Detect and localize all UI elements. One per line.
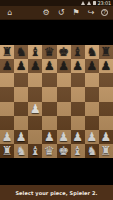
white-bishop-piece: ♝ (72, 144, 83, 158)
square-e2[interactable]: ♟ (57, 130, 71, 144)
square-g8[interactable]: ♞ (85, 45, 99, 59)
square-d1[interactable]: ♛ (42, 144, 56, 158)
square-f6[interactable] (71, 73, 85, 87)
square-d8[interactable]: ♛ (42, 45, 56, 59)
black-knight-piece: ♞ (16, 45, 27, 59)
square-e6[interactable] (57, 73, 71, 87)
square-e3[interactable] (57, 116, 71, 130)
black-king-piece: ♚ (58, 45, 69, 59)
square-a6[interactable] (0, 73, 14, 87)
square-c1[interactable]: ♝ (28, 144, 42, 158)
square-b2[interactable]: ♟ (14, 130, 28, 144)
square-g7[interactable]: ♟ (85, 59, 99, 73)
square-h8[interactable]: ♜ (99, 45, 113, 59)
square-f2[interactable]: ♟ (71, 130, 85, 144)
square-d2[interactable]: ♟ (42, 130, 56, 144)
white-pawn-piece: ♟ (44, 130, 55, 144)
square-b6[interactable] (14, 73, 28, 87)
square-c5[interactable] (28, 87, 42, 101)
square-a5[interactable] (0, 87, 14, 101)
square-e1[interactable]: ♚ (57, 144, 71, 158)
square-g1[interactable]: ♞ (85, 144, 99, 158)
square-b8[interactable]: ♞ (14, 45, 28, 59)
square-b1[interactable]: ♞ (14, 144, 28, 158)
signal-icon (87, 1, 91, 5)
square-h5[interactable] (99, 87, 113, 101)
white-knight-piece: ♞ (86, 144, 97, 158)
white-pawn-piece: ♟ (72, 130, 83, 144)
square-c2[interactable] (28, 130, 42, 144)
square-c7[interactable]: ♟ (28, 59, 42, 73)
white-bishop-piece: ♝ (30, 144, 41, 158)
square-b4[interactable] (14, 102, 28, 116)
message-text: Select your piece, Spieler 2. (15, 190, 97, 196)
chess-board: ♜♞♝♛♚♝♞♜♟♟♟♟♟♟♟♟♟♟♟♟♟♟♟♟♜♞♝♛♚♝♞♜ (0, 45, 113, 158)
square-h7[interactable]: ♟ (99, 59, 113, 73)
square-g2[interactable]: ♟ (85, 130, 99, 144)
toolbar: ⌂ ⚙ ↺ ⚑ ↪ ? (0, 6, 113, 20)
black-knight-piece: ♞ (86, 45, 97, 59)
square-c3[interactable] (28, 116, 42, 130)
square-b3[interactable] (14, 116, 28, 130)
square-a3[interactable] (0, 116, 14, 130)
square-h4[interactable] (99, 102, 113, 116)
square-f4[interactable] (71, 102, 85, 116)
black-bishop-piece: ♝ (72, 45, 83, 59)
undo-icon[interactable]: ↺ (56, 6, 66, 19)
square-e7[interactable]: ♟ (57, 59, 71, 73)
square-d7[interactable]: ♟ (42, 59, 56, 73)
white-pawn-piece: ♟ (2, 130, 13, 144)
black-pawn-piece: ♟ (86, 59, 97, 73)
square-a1[interactable]: ♜ (0, 144, 14, 158)
black-pawn-piece: ♟ (16, 59, 27, 73)
square-a7[interactable]: ♟ (0, 59, 14, 73)
black-rook-piece: ♜ (2, 45, 13, 59)
square-a4[interactable] (0, 102, 14, 116)
square-h2[interactable]: ♟ (99, 130, 113, 144)
square-h6[interactable] (99, 73, 113, 87)
square-g3[interactable] (85, 116, 99, 130)
help-icon[interactable]: ? (101, 9, 108, 16)
black-pawn-piece: ♟ (58, 59, 69, 73)
black-bishop-piece: ♝ (30, 45, 41, 59)
white-pawn-piece: ♟ (101, 130, 112, 144)
black-pawn-piece: ♟ (2, 59, 13, 73)
white-pawn-piece: ♟ (86, 130, 97, 144)
battery-icon (93, 1, 96, 5)
black-pawn-piece: ♟ (44, 59, 55, 73)
square-h3[interactable] (99, 116, 113, 130)
toolbar-right-icons: ⚙ ↺ ⚑ ↪ ? (41, 6, 108, 19)
square-h1[interactable]: ♜ (99, 144, 113, 158)
square-f3[interactable] (71, 116, 85, 130)
white-queen-piece: ♛ (44, 144, 55, 158)
square-b7[interactable]: ♟ (14, 59, 28, 73)
square-c8[interactable]: ♝ (28, 45, 42, 59)
square-g5[interactable] (85, 87, 99, 101)
square-f5[interactable] (71, 87, 85, 101)
square-d4[interactable] (42, 102, 56, 116)
square-d3[interactable] (42, 116, 56, 130)
white-pawn-piece: ♟ (30, 102, 41, 116)
black-rook-piece: ♜ (101, 45, 112, 59)
square-f1[interactable]: ♝ (71, 144, 85, 158)
square-e4[interactable] (57, 102, 71, 116)
square-d6[interactable] (42, 73, 56, 87)
square-g4[interactable] (85, 102, 99, 116)
square-f8[interactable]: ♝ (71, 45, 85, 59)
black-queen-piece: ♛ (44, 45, 55, 59)
square-c4[interactable]: ♟ (28, 102, 42, 116)
white-rook-piece: ♜ (2, 144, 13, 158)
square-e5[interactable] (57, 87, 71, 101)
screen: 23:01 ⌂ ⚙ ↺ ⚑ ↪ ? ♜♞♝♛♚♝♞♜♟♟♟♟♟♟♟♟♟♟♟♟♟♟… (0, 0, 113, 200)
home-icon[interactable]: ⌂ (5, 6, 15, 19)
black-pawn-piece: ♟ (72, 59, 83, 73)
white-pawn-piece: ♟ (16, 130, 27, 144)
white-king-piece: ♚ (58, 144, 69, 158)
white-pawn-piece: ♟ (58, 130, 69, 144)
wifi-icon (81, 1, 85, 5)
square-d5[interactable] (42, 87, 56, 101)
square-b5[interactable] (14, 87, 28, 101)
black-pawn-piece: ♟ (30, 59, 41, 73)
chess-board-wrap: ♜♞♝♛♚♝♞♜♟♟♟♟♟♟♟♟♟♟♟♟♟♟♟♟♜♞♝♛♚♝♞♜ (0, 45, 113, 158)
square-e8[interactable]: ♚ (57, 45, 71, 59)
black-pawn-piece: ♟ (101, 59, 112, 73)
white-rook-piece: ♜ (101, 144, 112, 158)
square-f7[interactable]: ♟ (71, 59, 85, 73)
flag-icon[interactable]: ⚑ (71, 6, 81, 19)
square-a8[interactable]: ♜ (0, 45, 14, 59)
square-g6[interactable] (85, 73, 99, 87)
white-knight-piece: ♞ (16, 144, 27, 158)
redo-icon[interactable]: ↪ (86, 6, 96, 19)
message-bar: Select your piece, Spieler 2. (0, 185, 113, 200)
square-c6[interactable] (28, 73, 42, 87)
square-a2[interactable]: ♟ (0, 130, 14, 144)
settings-gear-icon[interactable]: ⚙ (41, 6, 51, 19)
